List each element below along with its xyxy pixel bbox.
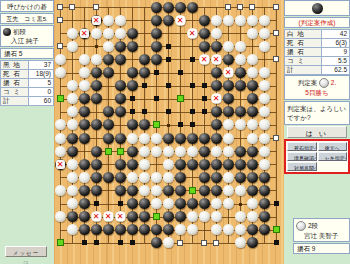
star-point [239,203,242,206]
stone[interactable] [223,133,234,144]
verdict-margin-2: 5目勝ち [305,89,328,96]
black-territory-marker [130,96,135,101]
star-point [167,124,170,127]
white-side-panel: (判定案作成) 白 地42 死 石6(3) 揚 石9 コ ミ5.5 計62.5 … [284,0,350,174]
stone[interactable] [163,159,174,170]
stone[interactable] [247,15,258,26]
dead-stone[interactable]: ✕ [91,211,102,222]
stone[interactable] [259,28,270,39]
stone[interactable] [259,172,270,183]
black-player-name: 入江 純子 [3,36,52,45]
dead-stone[interactable]: ✕ [211,93,222,104]
score-label: 計 [1,97,29,106]
dead-mark-icon: ✕ [56,160,65,169]
score-label: 死 石 [285,39,322,48]
dead-mark-icon: ✕ [212,94,221,103]
stone[interactable] [211,67,222,78]
stone[interactable] [151,54,162,65]
yes-button[interactable]: は い [287,126,348,138]
stone[interactable] [67,93,78,104]
stone[interactable] [199,15,210,26]
stone[interactable] [175,185,186,196]
stone[interactable] [211,106,222,117]
stone[interactable] [79,54,90,65]
stone[interactable] [259,133,270,144]
stone[interactable] [235,67,246,78]
stone[interactable] [79,198,90,209]
stone[interactable] [223,15,234,26]
stone[interactable] [67,172,78,183]
stone[interactable] [127,119,138,130]
stone[interactable] [247,28,258,39]
stone[interactable] [103,133,114,144]
dead-mark-icon: ✕ [104,212,113,221]
stone[interactable] [235,41,246,52]
stone[interactable] [127,133,138,144]
stone[interactable] [187,211,198,222]
stone[interactable] [55,211,66,222]
stone[interactable] [151,133,162,144]
stone[interactable] [199,41,210,52]
stone[interactable] [139,224,150,235]
stone[interactable] [115,15,126,26]
stone[interactable] [211,28,222,39]
boundary-check-button[interactable]: 境界確認へ [287,152,317,161]
dead-stone-select-button[interactable]: 死石指定へ [287,142,317,151]
score-label: 死 石 [1,70,29,79]
stone[interactable] [163,172,174,183]
stone[interactable] [67,106,78,117]
stone[interactable] [187,2,198,13]
stone[interactable] [91,28,102,39]
stone[interactable] [91,146,102,157]
black-territory-marker [142,83,147,88]
stone[interactable] [103,106,114,117]
dead-mark-icon: ✕ [176,16,185,25]
stone[interactable] [187,198,198,209]
stone[interactable] [175,2,186,13]
dead-mark-icon: ✕ [188,29,197,38]
stone[interactable] [139,172,150,183]
score-label: 白 地 [285,30,322,39]
dead-stone[interactable]: ✕ [91,15,102,26]
score-label: コ ミ [1,88,29,97]
stone[interactable] [247,119,258,130]
stone[interactable] [223,106,234,117]
score-value: 5.5 [321,57,349,66]
stone[interactable] [187,146,198,157]
stone[interactable] [223,172,234,183]
stone[interactable] [187,224,198,235]
stone[interactable] [199,133,210,144]
black-captures: 揚石 5 [0,48,54,59]
stone[interactable] [259,146,270,157]
stone[interactable] [223,93,234,104]
stone[interactable] [67,146,78,157]
stone[interactable] [199,159,210,170]
stone[interactable] [151,15,162,26]
stone[interactable] [259,67,270,78]
resume-game-button[interactable]: 対局再開へ [287,162,317,171]
stone[interactable] [223,185,234,196]
stone[interactable] [139,159,150,170]
black-territory-marker [190,57,195,62]
stone[interactable] [259,185,270,196]
stone[interactable] [115,224,126,235]
turn-indicator [284,0,350,16]
stone[interactable] [67,159,78,170]
stone[interactable] [235,159,246,170]
stone[interactable] [79,159,90,170]
white-territory-marker [225,4,231,10]
stone[interactable] [175,159,186,170]
stone[interactable] [115,106,126,117]
dead-mark-icon: ✕ [224,68,233,77]
stone[interactable] [247,106,258,117]
stone[interactable] [79,172,90,183]
stone[interactable] [259,80,270,91]
stone[interactable] [139,211,150,222]
stone[interactable] [103,54,114,65]
white-player-area: 2段 宮辻 美智子 揚石 9 [293,218,350,255]
dead-stone[interactable]: ✕ [55,159,66,170]
stone[interactable] [115,41,126,52]
dead-mark-icon: ✕ [212,55,221,64]
stone[interactable] [115,54,126,65]
white-stone-icon [296,221,306,231]
stone[interactable] [127,185,138,196]
stone[interactable] [151,224,162,235]
stone[interactable] [91,185,102,196]
stone[interactable] [127,224,138,235]
stone[interactable] [247,146,258,157]
go-board[interactable]: ✕✕✕✕✕✕✕✕✕✕✕✕ [54,0,284,264]
stone[interactable] [199,198,210,209]
stone[interactable] [163,211,174,222]
restore-button[interactable]: 復元へ [318,142,348,151]
verdict-prefix: 判定案 [298,79,318,86]
stone[interactable] [247,133,258,144]
stone[interactable] [151,185,162,196]
stone[interactable] [247,159,258,170]
stone[interactable] [163,224,174,235]
score-label: 揚 石 [285,48,322,57]
stone[interactable] [235,146,246,157]
stone[interactable] [163,133,174,144]
stone[interactable] [115,185,126,196]
stone[interactable] [151,146,162,157]
stone[interactable] [235,185,246,196]
black-territory-marker [274,240,279,245]
stone[interactable] [55,133,66,144]
white-stone-icon [319,78,329,88]
seki-select-button[interactable]: セキ指定へ [318,152,348,161]
stone[interactable] [247,80,258,91]
stone[interactable] [151,198,162,209]
stone[interactable] [223,41,234,52]
stone[interactable] [139,119,150,130]
stone[interactable] [235,237,246,248]
stone[interactable] [235,106,246,117]
dame-marker [153,121,160,128]
dead-stone[interactable]: ✕ [103,211,114,222]
stone[interactable] [67,198,78,209]
white-territory-marker [273,4,279,10]
stone[interactable] [211,185,222,196]
black-territory-marker [118,240,123,245]
stone[interactable] [163,198,174,209]
stone[interactable] [91,224,102,235]
stone[interactable] [211,15,222,26]
stone[interactable] [259,211,270,222]
dead-stone[interactable]: ✕ [211,54,222,65]
dead-stone[interactable]: ✕ [187,28,198,39]
stone[interactable] [163,2,174,13]
stone[interactable] [163,15,174,26]
dead-mark-icon: ✕ [80,29,89,38]
stone[interactable] [235,54,246,65]
stone[interactable] [211,224,222,235]
stone[interactable] [151,237,162,248]
stone[interactable] [175,133,186,144]
dame-marker [273,226,280,233]
stone[interactable] [127,80,138,91]
stone[interactable] [79,133,90,144]
stone[interactable] [235,172,246,183]
stone[interactable] [127,67,138,78]
stone[interactable] [67,185,78,196]
black-territory-marker [94,240,99,245]
stone[interactable] [151,172,162,183]
stone[interactable] [247,54,258,65]
stone[interactable] [91,80,102,91]
black-territory-marker [94,201,99,206]
stone[interactable] [103,119,114,130]
stone[interactable] [259,119,270,130]
phase-label: (判定案作成) [284,17,350,28]
stone[interactable] [115,133,126,144]
stone[interactable] [79,93,90,104]
score-value: 18(9) [29,70,54,79]
stone[interactable] [151,28,162,39]
score-value: 0 [29,88,54,97]
stone[interactable] [199,211,210,222]
stone[interactable] [127,198,138,209]
white-territory-marker [201,240,207,246]
stone[interactable] [127,41,138,52]
stone[interactable] [259,93,270,104]
stone[interactable] [259,106,270,117]
stone[interactable] [199,172,210,183]
stone[interactable] [115,80,126,91]
stone[interactable] [235,15,246,26]
stone[interactable] [259,159,270,170]
score-value: 37 [29,61,54,70]
stone[interactable] [211,211,222,222]
white-score-table: 白 地42 死 石6(3) 揚 石9 コ ミ5.5 計62.5 [284,29,350,75]
stone[interactable] [247,224,258,235]
stone[interactable] [139,198,150,209]
stone[interactable] [79,67,90,78]
white-territory-marker [273,56,279,62]
stone[interactable] [211,80,222,91]
dead-stone[interactable]: ✕ [79,28,90,39]
stone[interactable] [79,224,90,235]
go-client-window: 呼びかけの碁 互先 コミ黒5. 初段 入江 純子 揚石 5 黒 地37 死 石1… [0,0,350,264]
stone[interactable] [79,185,90,196]
stone[interactable] [139,67,150,78]
white-territory-marker [57,4,63,10]
stone[interactable] [235,224,246,235]
stone[interactable] [259,41,270,52]
stone[interactable] [175,172,186,183]
dame-marker [105,148,112,155]
stone[interactable] [211,172,222,183]
stone[interactable] [67,119,78,130]
stone[interactable] [199,28,210,39]
stone[interactable] [103,15,114,26]
stone[interactable] [223,80,234,91]
dead-stone[interactable]: ✕ [175,15,186,26]
stone[interactable] [175,211,186,222]
stone[interactable] [175,224,186,235]
dead-stone[interactable]: ✕ [223,67,234,78]
stone[interactable] [211,198,222,209]
stone[interactable] [91,54,102,65]
stone[interactable] [247,211,258,222]
message-button[interactable]: メッセージ [5,246,47,257]
stone[interactable] [115,93,126,104]
stone[interactable] [55,54,66,65]
stone[interactable] [175,198,186,209]
stone[interactable] [211,159,222,170]
stone[interactable] [247,237,258,248]
stone[interactable] [91,159,102,170]
stone[interactable] [67,41,78,52]
stone[interactable] [55,119,66,130]
stone[interactable] [127,146,138,157]
stone[interactable] [223,54,234,65]
dame-marker [57,95,64,102]
dead-stone[interactable]: ✕ [199,54,210,65]
black-territory-marker [154,70,159,75]
stone[interactable] [115,172,126,183]
stone[interactable] [199,185,210,196]
stone[interactable] [103,41,114,52]
stone[interactable] [91,119,102,130]
stone[interactable] [67,80,78,91]
stone[interactable] [163,185,174,196]
score-value: 9 [321,48,349,57]
dead-mark-icon: ✕ [116,212,125,221]
stone[interactable] [67,133,78,144]
stone[interactable] [127,28,138,39]
stone[interactable] [127,172,138,183]
stone[interactable] [79,106,90,117]
stone[interactable] [211,41,222,52]
stone[interactable] [139,54,150,65]
stone[interactable] [103,67,114,78]
stone[interactable] [223,146,234,157]
stone[interactable] [151,2,162,13]
white-territory-marker [273,135,279,141]
stone[interactable] [223,224,234,235]
stone[interactable] [139,133,150,144]
stone[interactable] [187,159,198,170]
stone[interactable] [247,67,258,78]
stone[interactable] [187,133,198,144]
stone[interactable] [211,146,222,157]
stone[interactable] [223,159,234,170]
stone[interactable] [103,224,114,235]
stone[interactable] [247,172,258,183]
stone[interactable] [103,172,114,183]
stone[interactable] [163,237,174,248]
white-territory-marker [177,240,183,246]
stone[interactable] [91,93,102,104]
stone[interactable] [67,224,78,235]
stone[interactable] [199,146,210,157]
dead-stone[interactable]: ✕ [115,211,126,222]
score-value: 42 [321,30,349,39]
stone[interactable] [247,185,258,196]
stone[interactable] [79,80,90,91]
score-label: 揚 石 [1,79,29,88]
dame-marker [153,213,160,220]
white-territory-marker [57,43,63,49]
stone[interactable] [67,28,78,39]
black-territory-marker [142,109,147,114]
stone[interactable] [247,93,258,104]
stone[interactable] [247,198,258,209]
black-territory-marker [202,109,207,114]
stone[interactable] [115,28,126,39]
stone[interactable] [223,119,234,130]
stone[interactable] [259,198,270,209]
stone[interactable] [223,198,234,209]
black-territory-marker [82,240,87,245]
score-label: 黒 地 [1,61,29,70]
stone[interactable] [79,211,90,222]
stone[interactable] [235,80,246,91]
stone[interactable] [235,119,246,130]
stone[interactable] [259,15,270,26]
black-territory-marker [190,83,195,88]
stone[interactable] [127,211,138,222]
stone[interactable] [139,146,150,157]
black-player-card: 初段 入江 純子 [0,25,54,47]
stone[interactable] [55,67,66,78]
stone[interactable] [55,146,66,157]
stone[interactable] [211,133,222,144]
stone[interactable] [79,119,90,130]
stone[interactable] [55,185,66,196]
game-title: 呼びかけの碁 [0,0,54,12]
stone[interactable] [115,159,126,170]
stone[interactable] [91,67,102,78]
stone[interactable] [259,224,270,235]
stone[interactable] [67,211,78,222]
stone[interactable] [163,146,174,157]
stone[interactable] [235,211,246,222]
stone[interactable] [175,146,186,157]
stone[interactable] [91,172,102,183]
stone[interactable] [151,41,162,52]
stone[interactable] [211,119,222,130]
stone[interactable] [103,28,114,39]
stone[interactable] [127,159,138,170]
stone[interactable] [139,185,150,196]
